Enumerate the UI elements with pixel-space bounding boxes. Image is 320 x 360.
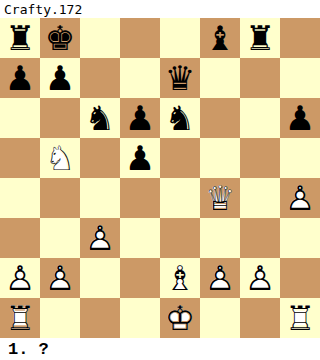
square-h3[interactable] xyxy=(280,218,320,258)
black-piece-glyph: ♚ xyxy=(40,18,80,58)
window-title: Crafty.172 xyxy=(0,2,82,17)
square-c6[interactable]: ♞ xyxy=(80,98,120,138)
square-h6[interactable]: ♟ xyxy=(280,98,320,138)
square-h5[interactable] xyxy=(280,138,320,178)
piece-black-rook[interactable]: ♜ xyxy=(240,18,280,58)
square-d5[interactable]: ♟ xyxy=(120,138,160,178)
black-piece-glyph: ♜ xyxy=(0,18,40,58)
piece-black-king[interactable]: ♚ xyxy=(40,18,80,58)
black-piece-glyph: ♟ xyxy=(120,138,160,178)
white-piece-outline: ♙ xyxy=(40,258,80,298)
square-f3[interactable] xyxy=(200,218,240,258)
square-b1[interactable] xyxy=(40,298,80,338)
white-piece-outline: ♙ xyxy=(200,258,240,298)
square-e1[interactable]: ♚♔ xyxy=(160,298,200,338)
status-bar: 1. ? xyxy=(0,338,320,360)
square-g3[interactable] xyxy=(240,218,280,258)
square-d2[interactable] xyxy=(120,258,160,298)
square-f4[interactable]: ♛♕ xyxy=(200,178,240,218)
square-e3[interactable] xyxy=(160,218,200,258)
square-g6[interactable] xyxy=(240,98,280,138)
square-e7[interactable]: ♛ xyxy=(160,58,200,98)
square-e4[interactable] xyxy=(160,178,200,218)
white-piece-outline: ♗ xyxy=(160,258,200,298)
square-d7[interactable] xyxy=(120,58,160,98)
square-f1[interactable] xyxy=(200,298,240,338)
black-piece-glyph: ♝ xyxy=(200,18,240,58)
square-f8[interactable]: ♝ xyxy=(200,18,240,58)
square-g1[interactable] xyxy=(240,298,280,338)
square-g5[interactable] xyxy=(240,138,280,178)
piece-white-pawn[interactable]: ♟♙ xyxy=(80,218,120,258)
square-h7[interactable] xyxy=(280,58,320,98)
square-d1[interactable] xyxy=(120,298,160,338)
square-b3[interactable] xyxy=(40,218,80,258)
piece-black-pawn[interactable]: ♟ xyxy=(120,138,160,178)
square-e5[interactable] xyxy=(160,138,200,178)
square-h1[interactable]: ♜♖ xyxy=(280,298,320,338)
square-c7[interactable] xyxy=(80,58,120,98)
square-b8[interactable]: ♚ xyxy=(40,18,80,58)
square-h8[interactable] xyxy=(280,18,320,58)
square-a3[interactable] xyxy=(0,218,40,258)
square-a6[interactable] xyxy=(0,98,40,138)
square-d4[interactable] xyxy=(120,178,160,218)
title-bar: Crafty.172 xyxy=(0,0,320,18)
chess-board: ♜♚♝♜♟♟♛♞♟♞♟♞♘♟♛♕♟♙♟♙♟♙♟♙♝♗♟♙♟♙♜♖♚♔♜♖ xyxy=(0,18,320,338)
square-c5[interactable] xyxy=(80,138,120,178)
square-e6[interactable]: ♞ xyxy=(160,98,200,138)
piece-white-pawn[interactable]: ♟♙ xyxy=(280,178,320,218)
black-piece-glyph: ♟ xyxy=(40,58,80,98)
piece-black-queen[interactable]: ♛ xyxy=(160,58,200,98)
square-c1[interactable] xyxy=(80,298,120,338)
square-c3[interactable]: ♟♙ xyxy=(80,218,120,258)
piece-white-rook[interactable]: ♜♖ xyxy=(280,298,320,338)
piece-black-bishop[interactable]: ♝ xyxy=(200,18,240,58)
square-h2[interactable] xyxy=(280,258,320,298)
square-f5[interactable] xyxy=(200,138,240,178)
piece-black-pawn[interactable]: ♟ xyxy=(280,98,320,138)
white-piece-outline: ♙ xyxy=(80,218,120,258)
white-piece-outline: ♖ xyxy=(280,298,320,338)
white-piece-outline: ♙ xyxy=(240,258,280,298)
piece-white-bishop[interactable]: ♝♗ xyxy=(160,258,200,298)
square-f6[interactable] xyxy=(200,98,240,138)
piece-black-rook[interactable]: ♜ xyxy=(0,18,40,58)
square-b2[interactable]: ♟♙ xyxy=(40,258,80,298)
piece-black-pawn[interactable]: ♟ xyxy=(40,58,80,98)
square-a1[interactable]: ♜♖ xyxy=(0,298,40,338)
square-c2[interactable] xyxy=(80,258,120,298)
square-f2[interactable]: ♟♙ xyxy=(200,258,240,298)
square-g7[interactable] xyxy=(240,58,280,98)
square-d3[interactable] xyxy=(120,218,160,258)
square-a7[interactable]: ♟ xyxy=(0,58,40,98)
black-piece-glyph: ♜ xyxy=(240,18,280,58)
square-a5[interactable] xyxy=(0,138,40,178)
piece-black-knight[interactable]: ♞ xyxy=(80,98,120,138)
black-piece-glyph: ♛ xyxy=(160,58,200,98)
black-piece-glyph: ♟ xyxy=(0,58,40,98)
piece-white-pawn[interactable]: ♟♙ xyxy=(0,258,40,298)
square-g2[interactable]: ♟♙ xyxy=(240,258,280,298)
square-d6[interactable]: ♟ xyxy=(120,98,160,138)
square-c8[interactable] xyxy=(80,18,120,58)
white-piece-outline: ♙ xyxy=(280,178,320,218)
black-piece-glyph: ♞ xyxy=(80,98,120,138)
square-b4[interactable] xyxy=(40,178,80,218)
square-a2[interactable]: ♟♙ xyxy=(0,258,40,298)
square-a4[interactable] xyxy=(0,178,40,218)
square-g4[interactable] xyxy=(240,178,280,218)
square-b5[interactable]: ♞♘ xyxy=(40,138,80,178)
piece-white-pawn[interactable]: ♟♙ xyxy=(200,258,240,298)
square-b7[interactable]: ♟ xyxy=(40,58,80,98)
move-prompt: 1. ? xyxy=(0,340,49,359)
white-piece-outline: ♕ xyxy=(200,178,240,218)
piece-white-knight[interactable]: ♞♘ xyxy=(40,138,80,178)
square-f7[interactable] xyxy=(200,58,240,98)
square-d8[interactable] xyxy=(120,18,160,58)
square-e8[interactable] xyxy=(160,18,200,58)
white-piece-outline: ♖ xyxy=(0,298,40,338)
piece-black-pawn[interactable]: ♟ xyxy=(0,58,40,98)
white-piece-outline: ♘ xyxy=(40,138,80,178)
square-b6[interactable] xyxy=(40,98,80,138)
piece-white-queen[interactable]: ♛♕ xyxy=(200,178,240,218)
white-piece-outline: ♔ xyxy=(160,298,200,338)
black-piece-glyph: ♟ xyxy=(120,98,160,138)
piece-black-knight[interactable]: ♞ xyxy=(160,98,200,138)
square-e2[interactable]: ♝♗ xyxy=(160,258,200,298)
piece-white-rook[interactable]: ♜♖ xyxy=(0,298,40,338)
piece-white-pawn[interactable]: ♟♙ xyxy=(40,258,80,298)
square-h4[interactable]: ♟♙ xyxy=(280,178,320,218)
black-piece-glyph: ♞ xyxy=(160,98,200,138)
piece-white-king[interactable]: ♚♔ xyxy=(160,298,200,338)
white-piece-outline: ♙ xyxy=(0,258,40,298)
black-piece-glyph: ♟ xyxy=(280,98,320,138)
piece-black-pawn[interactable]: ♟ xyxy=(120,98,160,138)
square-a8[interactable]: ♜ xyxy=(0,18,40,58)
square-g8[interactable]: ♜ xyxy=(240,18,280,58)
piece-white-pawn[interactable]: ♟♙ xyxy=(240,258,280,298)
square-c4[interactable] xyxy=(80,178,120,218)
